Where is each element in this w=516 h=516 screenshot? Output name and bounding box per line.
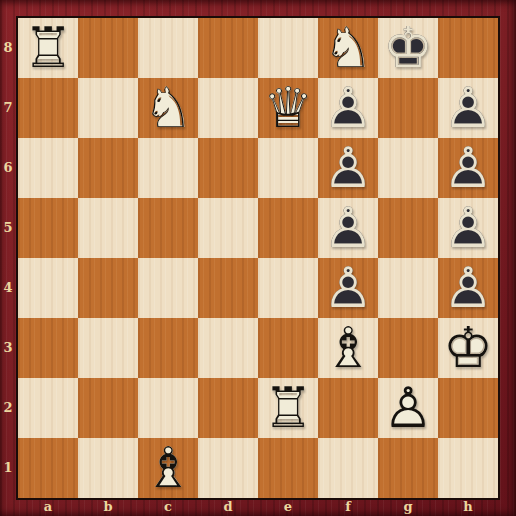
square-f3[interactable]: ♝♗ <box>318 318 378 378</box>
square-a8[interactable]: ♜♖ <box>18 18 78 78</box>
file-label-f: f <box>318 499 378 516</box>
square-g1[interactable] <box>378 438 438 498</box>
square-c4[interactable] <box>138 258 198 318</box>
square-g6[interactable] <box>378 138 438 198</box>
black-pawn-outline: ♙ <box>438 78 498 138</box>
black-pawn-outline: ♙ <box>318 138 378 198</box>
square-b3[interactable] <box>78 318 138 378</box>
piece-white-queen[interactable]: ♛♕ <box>258 78 318 138</box>
file-labels: abcdefgh <box>18 499 498 516</box>
rank-label-1: 1 <box>0 438 16 498</box>
rank-label-2: 2 <box>0 378 16 438</box>
square-e2[interactable]: ♜♖ <box>258 378 318 438</box>
piece-white-bishop[interactable]: ♝♗ <box>318 318 378 378</box>
square-h4[interactable]: ♟♙ <box>438 258 498 318</box>
square-g2[interactable]: ♟♙ <box>378 378 438 438</box>
square-h2[interactable] <box>438 378 498 438</box>
rank-label-8: 8 <box>0 18 16 78</box>
square-d8[interactable] <box>198 18 258 78</box>
square-d5[interactable] <box>198 198 258 258</box>
square-d4[interactable] <box>198 258 258 318</box>
black-pawn-outline: ♙ <box>318 78 378 138</box>
square-c8[interactable] <box>138 18 198 78</box>
piece-black-pawn[interactable]: ♟♙ <box>438 198 498 258</box>
white-pawn-outline: ♙ <box>378 378 438 438</box>
square-e8[interactable] <box>258 18 318 78</box>
black-king-outline: ♔ <box>378 18 438 78</box>
square-c7[interactable]: ♞♘ <box>138 78 198 138</box>
square-h3[interactable]: ♚♔ <box>438 318 498 378</box>
piece-white-pawn[interactable]: ♟♙ <box>378 378 438 438</box>
black-pawn-outline: ♙ <box>438 258 498 318</box>
piece-black-pawn[interactable]: ♟♙ <box>318 198 378 258</box>
square-e4[interactable] <box>258 258 318 318</box>
white-knight-outline: ♘ <box>318 18 378 78</box>
square-e5[interactable] <box>258 198 318 258</box>
square-h6[interactable]: ♟♙ <box>438 138 498 198</box>
rank-labels: 87654321 <box>0 18 16 498</box>
square-e3[interactable] <box>258 318 318 378</box>
file-label-g: g <box>378 499 438 516</box>
square-f6[interactable]: ♟♙ <box>318 138 378 198</box>
square-f1[interactable] <box>318 438 378 498</box>
piece-white-rook[interactable]: ♜♖ <box>258 378 318 438</box>
square-b8[interactable] <box>78 18 138 78</box>
square-h5[interactable]: ♟♙ <box>438 198 498 258</box>
square-c6[interactable] <box>138 138 198 198</box>
square-d1[interactable] <box>198 438 258 498</box>
square-g7[interactable] <box>378 78 438 138</box>
square-b7[interactable] <box>78 78 138 138</box>
square-h8[interactable] <box>438 18 498 78</box>
square-e6[interactable] <box>258 138 318 198</box>
square-f5[interactable]: ♟♙ <box>318 198 378 258</box>
rank-label-6: 6 <box>0 138 16 198</box>
piece-white-rook[interactable]: ♜♖ <box>18 18 78 78</box>
square-d7[interactable] <box>198 78 258 138</box>
square-c2[interactable] <box>138 378 198 438</box>
square-g5[interactable] <box>378 198 438 258</box>
square-e1[interactable] <box>258 438 318 498</box>
white-queen-outline: ♕ <box>258 78 318 138</box>
white-king-outline: ♔ <box>438 318 498 378</box>
square-a5[interactable] <box>18 198 78 258</box>
chess-board-frame: 87654321 abcdefgh ♜♖♞♘♚♔♞♘♛♕♟♙♟♙♟♙♟♙♟♙♟♙… <box>0 0 516 516</box>
square-b1[interactable] <box>78 438 138 498</box>
white-rook-outline: ♖ <box>258 378 318 438</box>
rank-label-4: 4 <box>0 258 16 318</box>
file-label-e: e <box>258 499 318 516</box>
piece-black-pawn[interactable]: ♟♙ <box>438 258 498 318</box>
square-d3[interactable] <box>198 318 258 378</box>
square-b2[interactable] <box>78 378 138 438</box>
square-a7[interactable] <box>18 78 78 138</box>
piece-black-pawn[interactable]: ♟♙ <box>438 138 498 198</box>
piece-white-knight[interactable]: ♞♘ <box>138 78 198 138</box>
square-b5[interactable] <box>78 198 138 258</box>
black-pawn-outline: ♙ <box>318 258 378 318</box>
piece-black-pawn[interactable]: ♟♙ <box>318 138 378 198</box>
square-f7[interactable]: ♟♙ <box>318 78 378 138</box>
white-knight-outline: ♘ <box>138 78 198 138</box>
square-a4[interactable] <box>18 258 78 318</box>
square-a3[interactable] <box>18 318 78 378</box>
black-pawn-outline: ♙ <box>438 198 498 258</box>
piece-black-pawn[interactable]: ♟♙ <box>318 258 378 318</box>
square-g8[interactable]: ♚♔ <box>378 18 438 78</box>
piece-white-knight[interactable]: ♞♘ <box>318 18 378 78</box>
black-pawn-outline: ♙ <box>318 198 378 258</box>
file-label-c: c <box>138 499 198 516</box>
square-b4[interactable] <box>78 258 138 318</box>
square-a2[interactable] <box>18 378 78 438</box>
square-f4[interactable]: ♟♙ <box>318 258 378 318</box>
black-pawn-outline: ♙ <box>438 138 498 198</box>
square-f2[interactable] <box>318 378 378 438</box>
white-bishop-outline: ♗ <box>318 318 378 378</box>
piece-black-pawn[interactable]: ♟♙ <box>438 78 498 138</box>
white-bishop-outline: ♗ <box>138 438 198 498</box>
file-label-b: b <box>78 499 138 516</box>
square-a1[interactable] <box>18 438 78 498</box>
white-rook-outline: ♖ <box>18 18 78 78</box>
rank-label-7: 7 <box>0 78 16 138</box>
rank-label-5: 5 <box>0 198 16 258</box>
square-c5[interactable] <box>138 198 198 258</box>
square-h1[interactable] <box>438 438 498 498</box>
square-a6[interactable] <box>18 138 78 198</box>
square-h7[interactable]: ♟♙ <box>438 78 498 138</box>
square-b6[interactable] <box>78 138 138 198</box>
rank-label-3: 3 <box>0 318 16 378</box>
piece-white-bishop[interactable]: ♝♗ <box>138 438 198 498</box>
square-c3[interactable] <box>138 318 198 378</box>
piece-white-king[interactable]: ♚♔ <box>438 318 498 378</box>
chess-board: ♜♖♞♘♚♔♞♘♛♕♟♙♟♙♟♙♟♙♟♙♟♙♟♙♟♙♝♗♚♔♜♖♟♙♝♗ <box>16 16 500 500</box>
square-c1[interactable]: ♝♗ <box>138 438 198 498</box>
square-g3[interactable] <box>378 318 438 378</box>
square-f8[interactable]: ♞♘ <box>318 18 378 78</box>
square-d2[interactable] <box>198 378 258 438</box>
square-g4[interactable] <box>378 258 438 318</box>
file-label-a: a <box>18 499 78 516</box>
piece-black-king[interactable]: ♚♔ <box>378 18 438 78</box>
file-label-d: d <box>198 499 258 516</box>
file-label-h: h <box>438 499 498 516</box>
square-e7[interactable]: ♛♕ <box>258 78 318 138</box>
square-d6[interactable] <box>198 138 258 198</box>
piece-black-pawn[interactable]: ♟♙ <box>318 78 378 138</box>
